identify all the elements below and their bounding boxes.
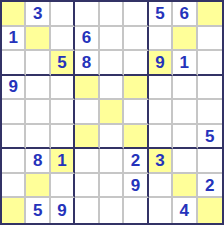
cell-r3c4[interactable]: 8 <box>75 51 99 76</box>
cell-r5c3[interactable] <box>51 100 75 125</box>
cell-r2c1[interactable]: 1 <box>2 27 26 52</box>
cell-r7c2[interactable]: 8 <box>26 149 50 174</box>
cell-r6c9[interactable]: 5 <box>198 125 222 150</box>
cell-r8c7[interactable] <box>149 174 173 199</box>
cell-r1c6[interactable] <box>124 2 148 27</box>
cell-r3c1[interactable] <box>2 51 26 76</box>
cell-r7c4[interactable] <box>75 149 99 174</box>
cell-r5c6[interactable] <box>124 100 148 125</box>
cell-r8c3[interactable] <box>51 174 75 199</box>
cell-r4c3[interactable] <box>51 76 75 101</box>
cell-r5c7[interactable] <box>149 100 173 125</box>
cell-r5c8[interactable] <box>173 100 197 125</box>
cell-r7c9[interactable] <box>198 149 222 174</box>
cell-r9c4[interactable] <box>75 198 99 223</box>
cell-r4c8[interactable] <box>173 76 197 101</box>
cell-r9c8[interactable]: 4 <box>173 198 197 223</box>
cell-r4c7[interactable] <box>149 76 173 101</box>
cell-r4c4[interactable] <box>75 76 99 101</box>
cell-r4c9[interactable] <box>198 76 222 101</box>
cell-r8c6[interactable]: 9 <box>124 174 148 199</box>
cell-r9c1[interactable] <box>2 198 26 223</box>
cell-r4c6[interactable] <box>124 76 148 101</box>
cell-r9c6[interactable] <box>124 198 148 223</box>
cell-r8c4[interactable] <box>75 174 99 199</box>
cell-r6c4[interactable] <box>75 125 99 150</box>
cell-r7c1[interactable] <box>2 149 26 174</box>
cell-r3c8[interactable]: 1 <box>173 51 197 76</box>
cell-r6c1[interactable] <box>2 125 26 150</box>
cell-r7c3[interactable]: 1 <box>51 149 75 174</box>
cell-r1c5[interactable] <box>100 2 124 27</box>
cell-r9c5[interactable] <box>100 198 124 223</box>
cell-r5c1[interactable] <box>2 100 26 125</box>
cell-r1c1[interactable] <box>2 2 26 27</box>
cell-r1c9[interactable] <box>198 2 222 27</box>
cell-r5c4[interactable] <box>75 100 99 125</box>
cell-r7c6[interactable]: 2 <box>124 149 148 174</box>
cell-r8c1[interactable] <box>2 174 26 199</box>
cell-r9c2[interactable]: 5 <box>26 198 50 223</box>
cell-r8c5[interactable] <box>100 174 124 199</box>
cell-r4c2[interactable] <box>26 76 50 101</box>
cell-r1c2[interactable]: 3 <box>26 2 50 27</box>
cell-r9c9[interactable] <box>198 198 222 223</box>
cell-r1c7[interactable]: 5 <box>149 2 173 27</box>
cell-r2c6[interactable] <box>124 27 148 52</box>
cell-r2c8[interactable] <box>173 27 197 52</box>
cell-r2c2[interactable] <box>26 27 50 52</box>
cell-r4c5[interactable] <box>100 76 124 101</box>
cell-r4c1[interactable]: 9 <box>2 76 26 101</box>
cell-r3c3[interactable]: 5 <box>51 51 75 76</box>
cell-r5c2[interactable] <box>26 100 50 125</box>
cell-r8c9[interactable]: 2 <box>198 174 222 199</box>
cell-r9c3[interactable]: 9 <box>51 198 75 223</box>
cell-r8c8[interactable] <box>173 174 197 199</box>
cell-r8c2[interactable] <box>26 174 50 199</box>
cell-r6c8[interactable] <box>173 125 197 150</box>
cell-r3c2[interactable] <box>26 51 50 76</box>
cell-r1c3[interactable] <box>51 2 75 27</box>
cell-r2c5[interactable] <box>100 27 124 52</box>
cell-r3c5[interactable] <box>100 51 124 76</box>
cell-r5c9[interactable] <box>198 100 222 125</box>
cell-r2c3[interactable] <box>51 27 75 52</box>
cell-r5c5[interactable] <box>100 100 124 125</box>
cell-r6c6[interactable] <box>124 125 148 150</box>
cell-r1c4[interactable] <box>75 2 99 27</box>
cell-r7c7[interactable]: 3 <box>149 149 173 174</box>
cell-r9c7[interactable] <box>149 198 173 223</box>
cell-r6c3[interactable] <box>51 125 75 150</box>
cell-r7c8[interactable] <box>173 149 197 174</box>
cell-r3c6[interactable] <box>124 51 148 76</box>
cell-r6c2[interactable] <box>26 125 50 150</box>
cell-r1c8[interactable]: 6 <box>173 2 197 27</box>
cell-r2c9[interactable] <box>198 27 222 52</box>
cell-r6c7[interactable] <box>149 125 173 150</box>
cell-r2c7[interactable] <box>149 27 173 52</box>
cell-r3c7[interactable]: 9 <box>149 51 173 76</box>
cell-r7c5[interactable] <box>100 149 124 174</box>
sudoku-board: 35616589195812392594 <box>0 0 224 225</box>
cell-r3c9[interactable] <box>198 51 222 76</box>
cell-r2c4[interactable]: 6 <box>75 27 99 52</box>
cell-r6c5[interactable] <box>100 125 124 150</box>
